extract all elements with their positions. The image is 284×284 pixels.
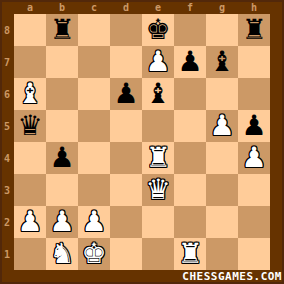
- square-c2[interactable]: ♟: [78, 206, 110, 238]
- square-a6[interactable]: ♝: [14, 78, 46, 110]
- square-a2[interactable]: ♟: [14, 206, 46, 238]
- square-d3[interactable]: [110, 174, 142, 206]
- rank-label-4: 4: [0, 142, 14, 174]
- piece-white-pawn[interactable]: ♟: [81, 208, 106, 236]
- square-d1[interactable]: [110, 238, 142, 270]
- square-e7[interactable]: ♟: [142, 46, 174, 78]
- chess-board[interactable]: ♜♚♜♟♟♝♝♟♝♛♟♟♟♜♟♛♟♟♟♞♚♜: [14, 14, 270, 270]
- square-e5[interactable]: [142, 110, 174, 142]
- square-f6[interactable]: [174, 78, 206, 110]
- square-f3[interactable]: [174, 174, 206, 206]
- square-f8[interactable]: [174, 14, 206, 46]
- square-h1[interactable]: [238, 238, 270, 270]
- chess-board-frame: abcdefgh 87654321 ♜♚♜♟♟♝♝♟♝♛♟♟♟♜♟♛♟♟♟♞♚♜…: [0, 0, 284, 284]
- square-a7[interactable]: [14, 46, 46, 78]
- piece-black-pawn[interactable]: ♟: [177, 48, 202, 76]
- file-label-d: d: [110, 0, 142, 14]
- square-c8[interactable]: [78, 14, 110, 46]
- piece-black-rook[interactable]: ♜: [241, 16, 266, 44]
- square-c5[interactable]: [78, 110, 110, 142]
- piece-black-pawn[interactable]: ♟: [49, 144, 74, 172]
- square-c6[interactable]: [78, 78, 110, 110]
- piece-white-pawn[interactable]: ♟: [209, 112, 234, 140]
- square-b1[interactable]: ♞: [46, 238, 78, 270]
- piece-black-rook[interactable]: ♜: [49, 16, 74, 44]
- square-h8[interactable]: ♜: [238, 14, 270, 46]
- square-b6[interactable]: [46, 78, 78, 110]
- rank-label-2: 2: [0, 206, 14, 238]
- piece-white-pawn[interactable]: ♟: [241, 144, 266, 172]
- square-f2[interactable]: [174, 206, 206, 238]
- rank-label-8: 8: [0, 14, 14, 46]
- square-f1[interactable]: ♜: [174, 238, 206, 270]
- file-label-b: b: [46, 0, 78, 14]
- square-b4[interactable]: ♟: [46, 142, 78, 174]
- piece-white-pawn[interactable]: ♟: [17, 208, 42, 236]
- rank-label-6: 6: [0, 78, 14, 110]
- piece-white-king[interactable]: ♚: [81, 240, 106, 268]
- square-c1[interactable]: ♚: [78, 238, 110, 270]
- file-label-c: c: [78, 0, 110, 14]
- file-label-g: g: [206, 0, 238, 14]
- square-b2[interactable]: ♟: [46, 206, 78, 238]
- square-g5[interactable]: ♟: [206, 110, 238, 142]
- square-g1[interactable]: [206, 238, 238, 270]
- square-e1[interactable]: [142, 238, 174, 270]
- square-a3[interactable]: [14, 174, 46, 206]
- rank-label-1: 1: [0, 238, 14, 270]
- square-d2[interactable]: [110, 206, 142, 238]
- square-c7[interactable]: [78, 46, 110, 78]
- square-a4[interactable]: [14, 142, 46, 174]
- file-label-e: e: [142, 0, 174, 14]
- piece-white-knight[interactable]: ♞: [49, 240, 74, 268]
- square-c4[interactable]: [78, 142, 110, 174]
- square-h5[interactable]: ♟: [238, 110, 270, 142]
- square-h7[interactable]: [238, 46, 270, 78]
- square-e3[interactable]: ♛: [142, 174, 174, 206]
- file-label-h: h: [238, 0, 270, 14]
- square-f7[interactable]: ♟: [174, 46, 206, 78]
- square-e4[interactable]: ♜: [142, 142, 174, 174]
- square-d7[interactable]: [110, 46, 142, 78]
- piece-white-rook[interactable]: ♜: [177, 240, 202, 268]
- piece-white-pawn[interactable]: ♟: [145, 48, 170, 76]
- square-a1[interactable]: [14, 238, 46, 270]
- square-g2[interactable]: [206, 206, 238, 238]
- rank-label-7: 7: [0, 46, 14, 78]
- piece-white-queen[interactable]: ♛: [145, 176, 170, 204]
- chessgames-watermark: CHESSGAMES.COM: [182, 270, 282, 283]
- square-b8[interactable]: ♜: [46, 14, 78, 46]
- piece-black-pawn[interactable]: ♟: [241, 112, 266, 140]
- square-g7[interactable]: ♝: [206, 46, 238, 78]
- square-h2[interactable]: [238, 206, 270, 238]
- piece-black-queen[interactable]: ♛: [17, 112, 42, 140]
- square-f4[interactable]: [174, 142, 206, 174]
- square-c3[interactable]: [78, 174, 110, 206]
- square-d8[interactable]: [110, 14, 142, 46]
- square-d4[interactable]: [110, 142, 142, 174]
- piece-white-pawn[interactable]: ♟: [49, 208, 74, 236]
- rank-label-3: 3: [0, 174, 14, 206]
- square-a8[interactable]: [14, 14, 46, 46]
- piece-black-pawn[interactable]: ♟: [113, 80, 138, 108]
- square-b7[interactable]: [46, 46, 78, 78]
- square-g8[interactable]: [206, 14, 238, 46]
- piece-white-rook[interactable]: ♜: [145, 144, 170, 172]
- square-g4[interactable]: [206, 142, 238, 174]
- rank-labels: 87654321: [0, 14, 14, 270]
- square-h4[interactable]: ♟: [238, 142, 270, 174]
- square-f5[interactable]: [174, 110, 206, 142]
- file-labels: abcdefgh: [14, 0, 270, 14]
- square-g3[interactable]: [206, 174, 238, 206]
- piece-black-king[interactable]: ♚: [145, 16, 170, 44]
- square-e8[interactable]: ♚: [142, 14, 174, 46]
- file-label-a: a: [14, 0, 46, 14]
- square-e2[interactable]: [142, 206, 174, 238]
- piece-black-bishop[interactable]: ♝: [145, 80, 170, 108]
- square-a5[interactable]: ♛: [14, 110, 46, 142]
- piece-white-bishop[interactable]: ♝: [17, 80, 42, 108]
- square-b5[interactable]: [46, 110, 78, 142]
- file-label-f: f: [174, 0, 206, 14]
- square-h6[interactable]: [238, 78, 270, 110]
- square-g6[interactable]: [206, 78, 238, 110]
- square-h3[interactable]: [238, 174, 270, 206]
- piece-black-bishop[interactable]: ♝: [209, 48, 234, 76]
- square-d6[interactable]: ♟: [110, 78, 142, 110]
- square-b3[interactable]: [46, 174, 78, 206]
- square-e6[interactable]: ♝: [142, 78, 174, 110]
- rank-label-5: 5: [0, 110, 14, 142]
- square-d5[interactable]: [110, 110, 142, 142]
